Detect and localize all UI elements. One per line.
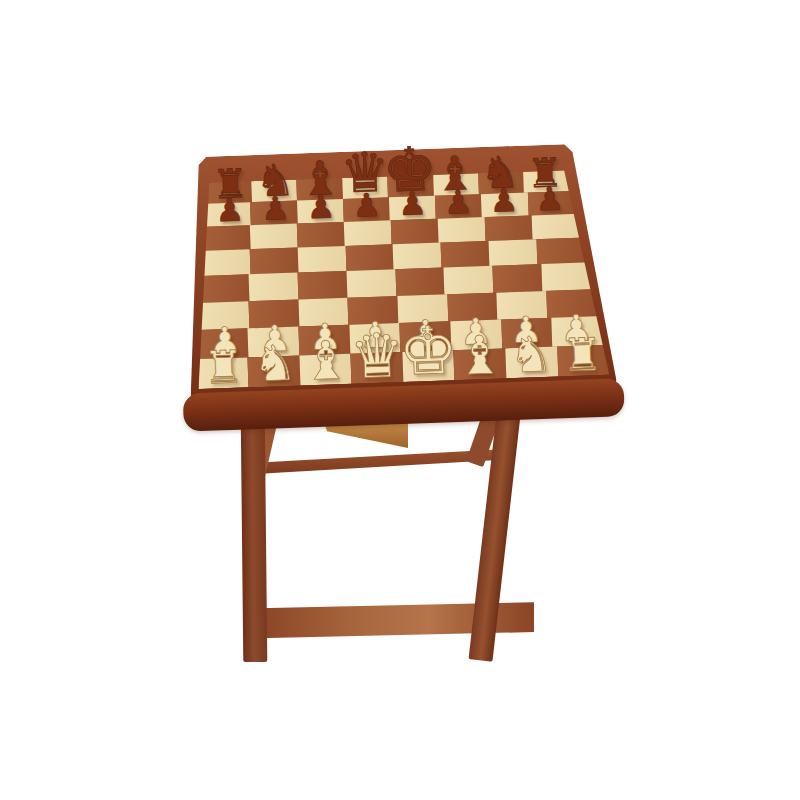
square-e7 xyxy=(389,196,436,220)
square-g3 xyxy=(497,290,548,319)
square-f2 xyxy=(450,320,502,351)
square-f3 xyxy=(447,292,498,321)
square-e5 xyxy=(393,242,442,269)
square-h1 xyxy=(557,345,610,377)
square-h2 xyxy=(551,316,603,347)
square-a5 xyxy=(202,249,251,276)
square-d8 xyxy=(342,176,388,199)
square-h4 xyxy=(541,262,591,290)
square-d5 xyxy=(345,244,394,271)
square-h6 xyxy=(532,213,580,239)
square-h3 xyxy=(546,289,597,318)
square-e2 xyxy=(400,321,452,352)
square-e6 xyxy=(391,218,439,244)
square-c7 xyxy=(297,199,344,223)
square-b8 xyxy=(251,180,297,203)
square-e3 xyxy=(397,294,448,323)
square-d3 xyxy=(348,296,399,325)
square-b3 xyxy=(248,299,299,328)
square-a4 xyxy=(200,274,250,302)
square-g6 xyxy=(485,215,533,241)
square-e4 xyxy=(395,267,445,295)
square-f4 xyxy=(444,266,494,294)
square-c8 xyxy=(296,178,342,201)
square-b5 xyxy=(250,247,299,274)
square-b6 xyxy=(250,223,298,249)
square-h5 xyxy=(536,237,585,264)
square-g1 xyxy=(505,347,558,379)
square-g2 xyxy=(501,318,553,349)
square-g8 xyxy=(478,172,524,195)
square-e1 xyxy=(402,350,455,382)
square-b1 xyxy=(247,356,300,388)
square-a2 xyxy=(197,328,249,359)
square-g5 xyxy=(489,239,538,266)
square-d7 xyxy=(343,197,390,221)
square-b2 xyxy=(248,327,300,358)
square-c1 xyxy=(299,354,352,386)
square-d1 xyxy=(351,352,404,384)
square-c4 xyxy=(298,271,348,299)
square-c2 xyxy=(298,325,350,356)
square-g7 xyxy=(481,193,528,217)
product-photo-scene: ♜♞♝♛♚♝♞♜♟♟♟♟♟♟♟♟♟♟♟♟♟♟♟♟♜♞♝♛♚♝♞♜ xyxy=(0,0,800,800)
square-d2 xyxy=(349,323,401,354)
tabletop: ♜♞♝♛♚♝♞♜♟♟♟♟♟♟♟♟♟♟♟♟♟♟♟♟♜♞♝♛♚♝♞♜ xyxy=(174,130,626,437)
square-h7 xyxy=(528,191,575,215)
square-b7 xyxy=(250,201,297,225)
square-a7 xyxy=(204,202,251,226)
square-b4 xyxy=(249,273,299,301)
square-a8 xyxy=(205,181,251,204)
square-f1 xyxy=(454,348,507,380)
square-c6 xyxy=(297,221,345,247)
square-d4 xyxy=(346,269,396,297)
square-f5 xyxy=(441,240,490,267)
square-a3 xyxy=(199,301,250,330)
front-leg-left xyxy=(241,412,268,662)
square-f8 xyxy=(433,173,479,196)
square-c3 xyxy=(298,297,349,326)
square-f6 xyxy=(438,217,486,243)
square-e8 xyxy=(387,175,433,198)
square-a1 xyxy=(196,357,249,389)
square-d6 xyxy=(344,220,392,246)
square-c5 xyxy=(297,245,346,272)
square-g4 xyxy=(493,264,543,292)
square-a6 xyxy=(203,225,251,251)
square-f7 xyxy=(435,194,482,218)
square-h8 xyxy=(524,170,570,193)
